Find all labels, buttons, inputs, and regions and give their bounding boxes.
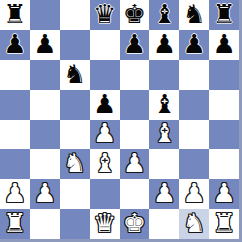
square-d4[interactable]: ♟ (90, 120, 120, 150)
square-d1[interactable]: ♛ (90, 209, 120, 239)
white-pawn-piece: ♟ (3, 180, 26, 206)
square-c2[interactable] (60, 179, 90, 209)
square-d8[interactable]: ♛ (90, 0, 120, 30)
white-rook-piece: ♜ (212, 210, 235, 236)
square-b5[interactable] (30, 90, 60, 120)
square-h7[interactable]: ♟ (209, 30, 239, 60)
square-f8[interactable]: ♝ (149, 0, 179, 30)
square-e1[interactable]: ♚ (120, 209, 150, 239)
black-rook-piece: ♜ (3, 1, 26, 27)
white-pawn-piece: ♟ (212, 180, 235, 206)
square-d2[interactable] (90, 179, 120, 209)
chess-board-frame: ♜♛♚♝♞♜♟♟♟♟♟♟♞♟♝♟♝♞♝♟♟♟♟♟♟♜♛♚♞♜ (0, 0, 242, 242)
square-b1[interactable] (30, 209, 60, 239)
white-pawn-piece: ♟ (123, 150, 146, 176)
square-h3[interactable] (209, 149, 239, 179)
square-c7[interactable] (60, 30, 90, 60)
square-f7[interactable]: ♟ (149, 30, 179, 60)
square-a1[interactable]: ♜ (0, 209, 30, 239)
white-queen-piece: ♛ (93, 210, 116, 236)
square-c4[interactable] (60, 120, 90, 150)
square-c8[interactable] (60, 0, 90, 30)
black-pawn-piece: ♟ (212, 31, 235, 57)
white-bishop-piece: ♝ (93, 150, 116, 176)
square-d5[interactable]: ♟ (90, 90, 120, 120)
square-b3[interactable] (30, 149, 60, 179)
square-e3[interactable]: ♟ (120, 149, 150, 179)
white-rook-piece: ♜ (3, 210, 26, 236)
white-pawn-piece: ♟ (93, 120, 116, 146)
square-g7[interactable]: ♟ (179, 30, 209, 60)
black-queen-piece: ♛ (93, 1, 116, 27)
square-c3[interactable]: ♞ (60, 149, 90, 179)
square-a2[interactable]: ♟ (0, 179, 30, 209)
square-f5[interactable]: ♝ (149, 90, 179, 120)
black-knight-piece: ♞ (183, 1, 206, 27)
square-c1[interactable] (60, 209, 90, 239)
square-b7[interactable]: ♟ (30, 30, 60, 60)
white-bishop-piece: ♝ (153, 120, 176, 146)
black-bishop-piece: ♝ (153, 1, 176, 27)
square-g8[interactable]: ♞ (179, 0, 209, 30)
black-pawn-piece: ♟ (3, 31, 26, 57)
black-pawn-piece: ♟ (33, 31, 56, 57)
black-pawn-piece: ♟ (183, 31, 206, 57)
square-f2[interactable]: ♟ (149, 179, 179, 209)
square-e4[interactable] (120, 120, 150, 150)
chess-board: ♜♛♚♝♞♜♟♟♟♟♟♟♞♟♝♟♝♞♝♟♟♟♟♟♟♜♛♚♞♜ (0, 0, 239, 239)
black-pawn-piece: ♟ (93, 91, 116, 117)
square-h6[interactable] (209, 60, 239, 90)
square-g4[interactable] (179, 120, 209, 150)
square-h1[interactable]: ♜ (209, 209, 239, 239)
square-g3[interactable] (179, 149, 209, 179)
square-e6[interactable] (120, 60, 150, 90)
square-g1[interactable]: ♞ (179, 209, 209, 239)
square-e7[interactable]: ♟ (120, 30, 150, 60)
square-b2[interactable]: ♟ (30, 179, 60, 209)
square-a8[interactable]: ♜ (0, 0, 30, 30)
square-h8[interactable]: ♜ (209, 0, 239, 30)
white-pawn-piece: ♟ (153, 180, 176, 206)
black-rook-piece: ♜ (212, 1, 235, 27)
square-e8[interactable]: ♚ (120, 0, 150, 30)
square-e5[interactable] (120, 90, 150, 120)
square-f1[interactable] (149, 209, 179, 239)
square-b6[interactable] (30, 60, 60, 90)
white-pawn-piece: ♟ (33, 180, 56, 206)
black-king-piece: ♚ (123, 1, 146, 27)
square-f4[interactable]: ♝ (149, 120, 179, 150)
square-g6[interactable] (179, 60, 209, 90)
square-h2[interactable]: ♟ (209, 179, 239, 209)
square-a4[interactable] (0, 120, 30, 150)
square-h4[interactable] (209, 120, 239, 150)
white-knight-piece: ♞ (63, 150, 86, 176)
square-c6[interactable]: ♞ (60, 60, 90, 90)
square-g2[interactable]: ♟ (179, 179, 209, 209)
black-pawn-piece: ♟ (153, 31, 176, 57)
square-f6[interactable] (149, 60, 179, 90)
white-king-piece: ♚ (123, 210, 146, 236)
square-h5[interactable] (209, 90, 239, 120)
square-d6[interactable] (90, 60, 120, 90)
square-d3[interactable]: ♝ (90, 149, 120, 179)
square-e2[interactable] (120, 179, 150, 209)
square-d7[interactable] (90, 30, 120, 60)
square-a6[interactable] (0, 60, 30, 90)
white-knight-piece: ♞ (183, 210, 206, 236)
square-b4[interactable] (30, 120, 60, 150)
square-a7[interactable]: ♟ (0, 30, 30, 60)
square-a3[interactable] (0, 149, 30, 179)
square-b8[interactable] (30, 0, 60, 30)
square-a5[interactable] (0, 90, 30, 120)
black-pawn-piece: ♟ (123, 31, 146, 57)
square-c5[interactable] (60, 90, 90, 120)
square-f3[interactable] (149, 149, 179, 179)
black-bishop-piece: ♝ (153, 91, 176, 117)
black-knight-piece: ♞ (63, 61, 86, 87)
white-pawn-piece: ♟ (183, 180, 206, 206)
square-g5[interactable] (179, 90, 209, 120)
